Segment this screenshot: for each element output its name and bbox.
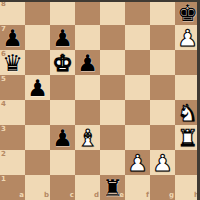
rank-label-2: 2	[1, 151, 6, 158]
square-e2[interactable]	[100, 150, 125, 175]
rank-label-5: 5	[1, 76, 6, 83]
piece-white-pawn[interactable]: ♟	[150, 150, 175, 175]
square-b4[interactable]	[25, 100, 50, 125]
file-label-d: d	[94, 192, 99, 199]
square-g4[interactable]	[150, 100, 175, 125]
square-c5[interactable]	[50, 75, 75, 100]
square-d6[interactable]: ♟	[75, 50, 100, 75]
rank-label-7: 7	[1, 26, 6, 33]
chess-board-wrap: 8♚7♟♟♟6♛♚♟5♟4♞3♟♝♜2♟♟1abcde♜fgh	[0, 0, 200, 200]
square-g5[interactable]	[150, 75, 175, 100]
square-f4[interactable]	[125, 100, 150, 125]
rank-label-6: 6	[1, 51, 6, 58]
square-d3[interactable]: ♝	[75, 125, 100, 150]
square-f7[interactable]	[125, 25, 150, 50]
piece-black-pawn[interactable]: ♟	[25, 75, 50, 100]
square-e4[interactable]	[100, 100, 125, 125]
square-d1[interactable]: d	[75, 175, 100, 200]
square-b3[interactable]	[25, 125, 50, 150]
piece-black-pawn[interactable]: ♟	[75, 50, 100, 75]
square-g6[interactable]	[150, 50, 175, 75]
square-a3[interactable]: 3	[0, 125, 25, 150]
square-f3[interactable]	[125, 125, 150, 150]
file-label-c: c	[70, 192, 74, 199]
square-g2[interactable]: ♟	[150, 150, 175, 175]
piece-white-king[interactable]: ♚	[50, 50, 75, 75]
square-c4[interactable]	[50, 100, 75, 125]
square-g7[interactable]	[150, 25, 175, 50]
file-label-b: b	[44, 192, 49, 199]
piece-white-pawn[interactable]: ♟	[125, 150, 150, 175]
square-e7[interactable]	[100, 25, 125, 50]
square-c8[interactable]	[50, 0, 75, 25]
file-label-f: f	[146, 192, 149, 199]
square-c1[interactable]: c	[50, 175, 75, 200]
square-g3[interactable]	[150, 125, 175, 150]
square-e3[interactable]	[100, 125, 125, 150]
square-a7[interactable]: 7♟	[0, 25, 25, 50]
square-b1[interactable]: b	[25, 175, 50, 200]
square-f5[interactable]	[125, 75, 150, 100]
square-a1[interactable]: 1a	[0, 175, 25, 200]
square-a6[interactable]: 6♛	[0, 50, 25, 75]
square-c6[interactable]: ♚	[50, 50, 75, 75]
square-b5[interactable]: ♟	[25, 75, 50, 100]
rank-label-3: 3	[1, 126, 6, 133]
rank-label-8: 8	[1, 1, 6, 8]
file-label-g: g	[169, 192, 174, 199]
piece-black-queen[interactable]: ♛	[0, 50, 25, 75]
square-b8[interactable]	[25, 0, 50, 25]
square-e5[interactable]	[100, 75, 125, 100]
file-label-e: e	[119, 192, 124, 199]
square-c7[interactable]: ♟	[50, 25, 75, 50]
square-e8[interactable]	[100, 0, 125, 25]
square-d4[interactable]	[75, 100, 100, 125]
square-d2[interactable]	[75, 150, 100, 175]
square-c3[interactable]: ♟	[50, 125, 75, 150]
square-f2[interactable]: ♟	[125, 150, 150, 175]
board-right-border	[197, 0, 200, 200]
square-b2[interactable]	[25, 150, 50, 175]
square-d8[interactable]	[75, 0, 100, 25]
square-a4[interactable]: 4	[0, 100, 25, 125]
square-c2[interactable]	[50, 150, 75, 175]
square-g1[interactable]: g	[150, 175, 175, 200]
piece-black-rook[interactable]: ♜	[100, 175, 125, 200]
square-a8[interactable]: 8	[0, 0, 25, 25]
piece-white-bishop[interactable]: ♝	[75, 125, 100, 150]
square-d7[interactable]	[75, 25, 100, 50]
chess-board: 8♚7♟♟♟6♛♚♟5♟4♞3♟♝♜2♟♟1abcde♜fgh	[0, 0, 200, 200]
square-f8[interactable]	[125, 0, 150, 25]
rank-label-1: 1	[1, 176, 6, 183]
square-b6[interactable]	[25, 50, 50, 75]
square-b7[interactable]	[25, 25, 50, 50]
square-d5[interactable]	[75, 75, 100, 100]
rank-label-4: 4	[1, 101, 6, 108]
file-label-a: a	[19, 192, 24, 199]
piece-black-pawn[interactable]: ♟	[50, 25, 75, 50]
piece-black-pawn[interactable]: ♟	[0, 25, 25, 50]
square-e6[interactable]	[100, 50, 125, 75]
square-f1[interactable]: f	[125, 175, 150, 200]
square-f6[interactable]	[125, 50, 150, 75]
square-a2[interactable]: 2	[0, 150, 25, 175]
piece-black-pawn[interactable]: ♟	[50, 125, 75, 150]
square-a5[interactable]: 5	[0, 75, 25, 100]
board-top-border	[0, 0, 200, 2]
square-g8[interactable]	[150, 0, 175, 25]
square-e1[interactable]: e♜	[100, 175, 125, 200]
